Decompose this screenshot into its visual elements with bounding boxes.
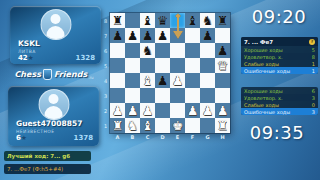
square-g7[interactable]: ♟	[200, 28, 215, 43]
square-h5[interactable]: ♛	[215, 58, 230, 73]
square-e4[interactable]: ♟	[170, 73, 185, 88]
rank-label: 8	[102, 13, 109, 28]
avatar	[40, 9, 71, 40]
logo-text: Chess	[14, 70, 41, 79]
piece-white-pawn[interactable]: ♟	[172, 73, 183, 88]
square-b4[interactable]	[125, 73, 140, 88]
square-h7[interactable]	[215, 28, 230, 43]
piece-white-bishop[interactable]: ♝	[142, 73, 153, 88]
square-g5[interactable]	[200, 58, 215, 73]
player-rating: 1378	[74, 134, 93, 142]
square-a8[interactable]: ♜	[110, 13, 125, 28]
app-window: KSKL ЛИТВА 42★ 1328 Chess Friends .ru Gu…	[0, 0, 320, 180]
piece-white-pawn[interactable]: ♟	[217, 103, 228, 118]
rank-label: 5	[102, 58, 109, 73]
file-label: H	[215, 134, 230, 140]
square-c4[interactable]: ♝	[140, 73, 155, 88]
stat-row-weak: Слабые ходы0	[241, 101, 318, 108]
square-b5[interactable]	[125, 58, 140, 73]
mistake-badge-icon: ?	[309, 39, 315, 45]
square-a2[interactable]: ♟	[110, 103, 125, 118]
piece-black-pawn[interactable]: ♟	[217, 43, 228, 58]
played-move-hint: 7. ...Фe7 (Ф:h5+#4)	[4, 164, 91, 174]
square-c6[interactable]: ♞	[140, 43, 155, 58]
square-e6[interactable]	[170, 43, 185, 58]
square-e5[interactable]	[170, 58, 185, 73]
file-label: D	[155, 134, 170, 140]
square-d3[interactable]	[155, 88, 170, 103]
piece-black-pawn[interactable]: ♟	[157, 28, 168, 43]
file-label: C	[140, 134, 155, 140]
square-g1[interactable]	[200, 118, 215, 133]
player-country: НЕИЗВЕСТНОЕ	[16, 129, 54, 134]
square-f1[interactable]	[185, 118, 200, 133]
shield-icon	[43, 69, 52, 80]
piece-black-bishop[interactable]: ♝	[187, 13, 198, 28]
piece-black-queen[interactable]: ♛	[157, 13, 168, 28]
square-d7[interactable]: ♟	[155, 28, 170, 43]
piece-black-pawn[interactable]: ♟	[202, 28, 213, 43]
rank-label: 2	[102, 103, 109, 118]
rank-label: 6	[102, 43, 109, 58]
square-a6[interactable]	[110, 43, 125, 58]
player-stars: 42★	[18, 54, 34, 62]
piece-white-pawn[interactable]: ♟	[142, 103, 153, 118]
piece-white-pawn[interactable]: ♟	[112, 103, 123, 118]
player-card-top: KSKL ЛИТВА 42★ 1328	[10, 6, 101, 64]
rank-label: 7	[102, 28, 109, 43]
piece-black-rook[interactable]: ♜	[217, 13, 228, 28]
piece-white-bishop[interactable]: ♝	[142, 118, 153, 133]
square-a5[interactable]	[110, 58, 125, 73]
square-g2[interactable]: ♟	[200, 103, 215, 118]
stat-row-satisfactory: Удовлетвор. х.3	[241, 94, 318, 101]
piece-black-pawn[interactable]: ♟	[157, 73, 168, 88]
player-name: KSKL	[18, 39, 40, 48]
square-a7[interactable]: ♟	[110, 28, 125, 43]
square-h6[interactable]: ♟	[215, 43, 230, 58]
avatar-person-icon	[49, 94, 59, 104]
square-f5[interactable]	[185, 58, 200, 73]
piece-white-pawn[interactable]: ♟	[202, 103, 213, 118]
square-a3[interactable]	[110, 88, 125, 103]
square-c1[interactable]: ♝	[140, 118, 155, 133]
square-d2[interactable]	[155, 103, 170, 118]
square-h2[interactable]: ♟	[215, 103, 230, 118]
square-d6[interactable]	[155, 43, 170, 58]
player-name: Guest47008857	[16, 119, 82, 128]
clock-top: 09:20	[240, 6, 318, 27]
square-a4[interactable]	[110, 73, 125, 88]
stat-row-good: Хорошие ходы5	[241, 46, 318, 53]
piece-black-pawn[interactable]: ♟	[127, 28, 138, 43]
square-c8[interactable]: ♝	[140, 13, 155, 28]
site-logo: Chess Friends .ru	[14, 68, 94, 81]
square-f3[interactable]	[185, 88, 200, 103]
square-f8[interactable]: ♝	[185, 13, 200, 28]
logo-suffix: .ru	[88, 75, 93, 80]
rank-label: 4	[102, 73, 109, 88]
piece-black-bishop[interactable]: ♝	[142, 13, 153, 28]
avatar	[38, 89, 69, 120]
square-g4[interactable]	[200, 73, 215, 88]
square-h1[interactable]: ♜	[215, 118, 230, 133]
square-d4[interactable]: ♟	[155, 73, 170, 88]
square-f7[interactable]	[185, 28, 200, 43]
piece-black-pawn[interactable]: ♟	[112, 28, 123, 43]
square-e2[interactable]	[170, 103, 185, 118]
square-f2[interactable]: ♟	[185, 103, 200, 118]
square-d5[interactable]	[155, 58, 170, 73]
analysis-panel-top: 7. ... Фe7 ? Хорошие ходы5 Удовлетвор. х…	[241, 37, 318, 74]
piece-white-queen[interactable]: ♛	[217, 58, 228, 73]
square-d8[interactable]: ♛	[155, 13, 170, 28]
square-f6[interactable]	[185, 43, 200, 58]
square-e3[interactable]	[170, 88, 185, 103]
piece-white-rook[interactable]: ♜	[112, 118, 123, 133]
piece-black-rook[interactable]: ♜	[112, 13, 123, 28]
file-label: F	[185, 134, 200, 140]
avatar-person-icon	[47, 26, 65, 39]
square-g8[interactable]: ♞	[200, 13, 215, 28]
avatar-person-icon	[45, 106, 63, 119]
square-c5[interactable]	[140, 58, 155, 73]
square-c3[interactable]	[140, 88, 155, 103]
player-stars: 6★	[16, 134, 27, 142]
file-label: E	[170, 134, 185, 140]
star-icon: ★	[28, 54, 34, 62]
rank-labels: 87654321	[102, 13, 109, 133]
best-move-hint: Лучший ход: 7... g6	[4, 151, 91, 161]
square-g6[interactable]	[200, 43, 215, 58]
piece-white-pawn[interactable]: ♟	[187, 103, 198, 118]
stat-row-satisfactory: Удовлетвор. х.8	[241, 53, 318, 60]
stat-row-good: Хорошие ходы6	[241, 87, 318, 94]
star-icon: ★	[21, 134, 27, 142]
square-b3[interactable]	[125, 88, 140, 103]
square-b7[interactable]: ♟	[125, 28, 140, 43]
square-e1[interactable]: ♚	[170, 118, 185, 133]
square-d1[interactable]	[155, 118, 170, 133]
square-h4[interactable]	[215, 73, 230, 88]
square-c7[interactable]: ♟	[140, 28, 155, 43]
rank-label: 3	[102, 88, 109, 103]
square-b6[interactable]	[125, 43, 140, 58]
chess-board[interactable]: ♜♝♛♝♞♜♟♟♟♟♟♞♟♛♝♟♟♟♟♟♟♟♟♜♞♝♚♜	[110, 13, 230, 133]
piece-white-knight[interactable]: ♞	[127, 118, 138, 133]
file-label: A	[110, 134, 125, 140]
square-c2[interactable]: ♟	[140, 103, 155, 118]
player-country: ЛИТВА	[18, 49, 36, 54]
player-card-bottom: Guest47008857 НЕИЗВЕСТНОЕ 6★ 1378	[8, 86, 99, 146]
square-b8[interactable]	[125, 13, 140, 28]
square-e7[interactable]	[170, 28, 185, 43]
piece-black-knight[interactable]: ♞	[142, 43, 153, 58]
piece-white-king[interactable]: ♚	[172, 118, 183, 133]
analysis-move-label: 7. ... Фe7	[244, 39, 273, 45]
clock-bottom: 09:35	[238, 122, 316, 143]
logo-text: Friends	[54, 70, 87, 79]
square-f4[interactable]	[185, 73, 200, 88]
square-e8[interactable]	[170, 13, 185, 28]
stat-row-mistakes: Ошибочные ходы1	[241, 67, 318, 74]
square-g3[interactable]	[200, 88, 215, 103]
square-a1[interactable]: ♜	[110, 118, 125, 133]
square-h3[interactable]	[215, 88, 230, 103]
square-b1[interactable]: ♞	[125, 118, 140, 133]
file-label: B	[125, 134, 140, 140]
avatar-person-icon	[51, 14, 61, 24]
rank-label: 1	[102, 118, 109, 133]
piece-black-knight[interactable]: ♞	[202, 13, 213, 28]
analysis-panel-bottom: Хорошие ходы6 Удовлетвор. х.3 Слабые ход…	[241, 87, 318, 115]
piece-white-rook[interactable]: ♜	[217, 118, 228, 133]
stat-row-mistakes: Ошибочные ходы3	[241, 108, 318, 115]
piece-white-pawn[interactable]: ♟	[127, 103, 138, 118]
file-label: G	[200, 134, 215, 140]
stat-row-weak: Слабые ходы1	[241, 60, 318, 67]
player-rating: 1328	[76, 54, 95, 62]
square-b2[interactable]: ♟	[125, 103, 140, 118]
file-labels: ABCDEFGH	[110, 134, 230, 140]
piece-black-pawn[interactable]: ♟	[142, 28, 153, 43]
square-h8[interactable]: ♜	[215, 13, 230, 28]
analysis-header: 7. ... Фe7 ?	[241, 37, 318, 46]
